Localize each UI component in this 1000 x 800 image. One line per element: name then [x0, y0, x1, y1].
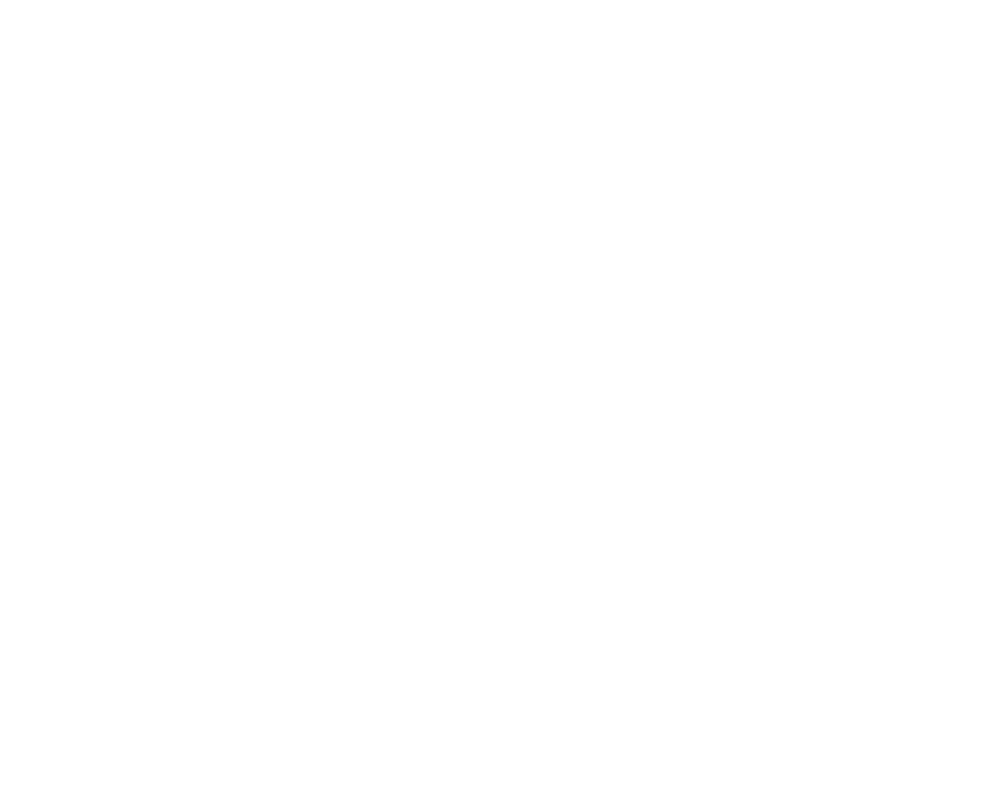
product-photo	[0, 0, 1000, 800]
chessboard	[0, 0, 1000, 800]
